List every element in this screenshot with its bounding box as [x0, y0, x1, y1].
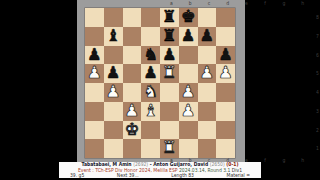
square-d1 [141, 139, 160, 158]
white-knight: ♞ [143, 83, 158, 102]
square-f1 [179, 139, 198, 158]
coord-label-d: d [218, 1, 237, 6]
coord-label-3: 3 [314, 102, 320, 121]
square-b5: ♟ [104, 64, 123, 83]
coord-label-h: h [293, 158, 312, 163]
square-c6 [123, 46, 142, 65]
black-pawn: ♟ [87, 45, 102, 64]
coord-label-1: 1 [314, 139, 320, 158]
square-h8 [216, 8, 235, 27]
square-b2 [104, 121, 123, 140]
black-knight: ♞ [143, 45, 158, 64]
square-f2 [179, 121, 198, 140]
white-pawn: ♟ [199, 64, 214, 83]
last-move: 39. g5 [70, 173, 84, 178]
black-pawn: ♟ [199, 26, 214, 45]
square-e5: ♜ [160, 64, 179, 83]
square-g5: ♟ [198, 64, 217, 83]
square-g6 [198, 46, 217, 65]
square-h1 [216, 139, 235, 158]
square-c8 [123, 8, 142, 27]
square-b6 [104, 46, 123, 65]
white-player-name: Tabatabaei, M Amin [82, 162, 132, 167]
square-c3: ♟ [123, 102, 142, 121]
coord-label-b: b [181, 1, 200, 6]
black-pawn: ♟ [143, 64, 158, 83]
next-move: Next 39... [117, 173, 139, 178]
black-player-elo: (2650) [210, 162, 225, 167]
white-pawn: ♟ [218, 64, 233, 83]
square-g4 [198, 83, 217, 102]
black-pawn: ♟ [181, 26, 196, 45]
black-pawn: ♟ [162, 45, 177, 64]
square-f6 [179, 46, 198, 65]
coord-label-h: h [293, 1, 312, 6]
square-h6: ♟ [216, 46, 235, 65]
move-info-line: 39. g5 Next 39... Length 83 Material = [59, 173, 261, 178]
square-c5 [123, 64, 142, 83]
square-e3 [160, 102, 179, 121]
square-d5: ♟ [141, 64, 160, 83]
square-e4 [160, 83, 179, 102]
square-c1 [123, 139, 142, 158]
white-rook: ♜ [162, 64, 177, 83]
coord-label-4: 4 [314, 83, 320, 102]
square-b4: ♟ [104, 83, 123, 102]
square-a2 [85, 121, 104, 140]
white-player-elo: (2692) [133, 162, 148, 167]
coord-label-a: a [162, 1, 181, 6]
black-pawn: ♟ [218, 45, 233, 64]
square-g3 [198, 102, 217, 121]
square-d7 [141, 27, 160, 46]
square-b1 [104, 139, 123, 158]
black-player-name: Anton Guijarro, David [153, 162, 208, 167]
black-king: ♚ [181, 8, 196, 27]
event-date-round: 2024.03.14, Round 3.1 [179, 167, 230, 172]
event-group: Div1 [232, 167, 242, 172]
white-king: ♚ [124, 120, 139, 139]
square-c7 [123, 27, 142, 46]
square-e7: ♜ [160, 27, 179, 46]
square-g2 [198, 121, 217, 140]
material-balance: Material = [227, 173, 250, 178]
square-a7 [85, 27, 104, 46]
coord-label-5: 5 [314, 64, 320, 83]
black-rook: ♜ [162, 26, 177, 45]
square-h5: ♟ [216, 64, 235, 83]
square-a6: ♟ [85, 46, 104, 65]
square-h3 [216, 102, 235, 121]
game-result: (0-1) [226, 162, 238, 167]
square-f5 [179, 64, 198, 83]
square-e6: ♟ [160, 46, 179, 65]
square-a3 [85, 102, 104, 121]
white-pawn: ♟ [181, 101, 196, 120]
square-f3: ♟ [179, 102, 198, 121]
coord-label-6: 6 [314, 46, 320, 65]
white-pawn: ♟ [124, 101, 139, 120]
white-bishop: ♝ [143, 101, 158, 120]
square-h4 [216, 83, 235, 102]
event-name: Event : TCh-ESP Div Honor 2024, Melilla … [78, 167, 178, 172]
square-b3 [104, 102, 123, 121]
square-c4 [123, 83, 142, 102]
square-g7: ♟ [198, 27, 217, 46]
square-c2: ♚ [123, 121, 142, 140]
white-pawn: ♟ [106, 83, 121, 102]
black-rook: ♜ [162, 8, 177, 27]
coord-label-g: g [275, 1, 294, 6]
square-e1: ♜ [160, 139, 179, 158]
square-g1 [198, 139, 217, 158]
coord-label-g: g [275, 158, 294, 163]
coord-label-2: 2 [314, 121, 320, 140]
black-bishop: ♝ [106, 26, 121, 45]
rank-labels-right: 87654321 [314, 8, 320, 158]
square-a1 [85, 139, 104, 158]
square-b7: ♝ [104, 27, 123, 46]
square-h2 [216, 121, 235, 140]
game-length: Length 83 [171, 173, 194, 178]
square-d8 [141, 8, 160, 27]
square-d3: ♝ [141, 102, 160, 121]
chess-board: ♜♚♝♜♟♟♟♞♟♟♟♟♟♜♟♟♟♞♟♟♝♟♚♜ [85, 8, 235, 158]
square-f4: ♟ [179, 83, 198, 102]
coord-label-f: f [256, 1, 275, 6]
white-pawn: ♟ [87, 64, 102, 83]
square-g8 [198, 8, 217, 27]
square-d4: ♞ [141, 83, 160, 102]
coord-label-c: c [200, 1, 219, 6]
square-h7 [216, 27, 235, 46]
square-d6: ♞ [141, 46, 160, 65]
square-d2 [141, 121, 160, 140]
game-caption: Tabatabaei, M Amin (2692) - Anton Guijar… [59, 162, 261, 178]
white-rook: ♜ [162, 139, 177, 158]
white-pawn: ♟ [181, 83, 196, 102]
square-e2 [160, 121, 179, 140]
coord-label-e: e [237, 1, 256, 6]
square-e8: ♜ [160, 8, 179, 27]
square-b8 [104, 8, 123, 27]
square-f7: ♟ [179, 27, 198, 46]
coord-label-8: 8 [314, 8, 320, 27]
coord-label-7: 7 [314, 27, 320, 46]
square-a5: ♟ [85, 64, 104, 83]
black-pawn: ♟ [106, 64, 121, 83]
square-f8: ♚ [179, 8, 198, 27]
square-a8 [85, 8, 104, 27]
square-a4 [85, 83, 104, 102]
